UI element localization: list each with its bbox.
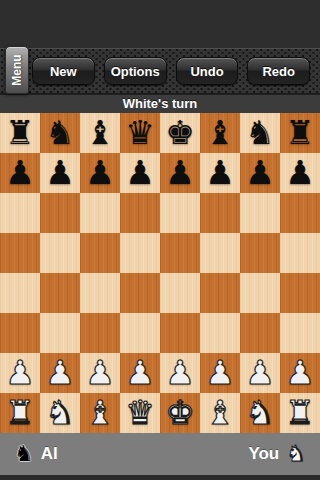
- square-a4[interactable]: [0, 273, 40, 313]
- status-bar: [0, 0, 320, 48]
- black-pawn-piece: ♟: [125, 153, 155, 193]
- black-bishop-piece: ♝: [205, 113, 235, 153]
- square-e7[interactable]: ♟: [160, 153, 200, 193]
- white-rook-piece: ♜: [285, 393, 315, 433]
- square-g7[interactable]: ♟: [240, 153, 280, 193]
- square-h1[interactable]: ♜: [280, 393, 320, 433]
- white-king-piece: ♚: [165, 393, 195, 433]
- square-e6[interactable]: [160, 193, 200, 233]
- square-f2[interactable]: ♟: [200, 353, 240, 393]
- white-pawn-piece: ♟: [245, 353, 275, 393]
- white-knight-piece: ♞: [245, 393, 275, 433]
- square-a1[interactable]: ♜: [0, 393, 40, 433]
- square-g5[interactable]: [240, 233, 280, 273]
- square-e5[interactable]: [160, 233, 200, 273]
- square-g8[interactable]: ♞: [240, 113, 280, 153]
- square-a6[interactable]: [0, 193, 40, 233]
- square-d7[interactable]: ♟: [120, 153, 160, 193]
- toolbar: New Options Undo Redo: [0, 48, 320, 94]
- white-pawn-piece: ♟: [5, 353, 35, 393]
- square-c1[interactable]: ♝: [80, 393, 120, 433]
- black-pawn-piece: ♟: [5, 153, 35, 193]
- square-d1[interactable]: ♛: [120, 393, 160, 433]
- redo-button[interactable]: Redo: [247, 57, 310, 85]
- square-b5[interactable]: [40, 233, 80, 273]
- square-g1[interactable]: ♞: [240, 393, 280, 433]
- black-knight-piece: ♞: [45, 113, 75, 153]
- square-h4[interactable]: [280, 273, 320, 313]
- square-h7[interactable]: ♟: [280, 153, 320, 193]
- square-h3[interactable]: [280, 313, 320, 353]
- square-f1[interactable]: ♝: [200, 393, 240, 433]
- square-f3[interactable]: [200, 313, 240, 353]
- square-e3[interactable]: [160, 313, 200, 353]
- black-bishop-piece: ♝: [85, 113, 115, 153]
- players-bar: ♞ AI You ♞: [0, 433, 320, 475]
- square-f8[interactable]: ♝: [200, 113, 240, 153]
- square-b4[interactable]: [40, 273, 80, 313]
- chess-board: ♜♞♝♛♚♝♞♜♟♟♟♟♟♟♟♟♟♟♟♟♟♟♟♟♜♞♝♛♚♝♞♜: [0, 113, 320, 433]
- square-a8[interactable]: ♜: [0, 113, 40, 153]
- white-knight-icon: ♞: [286, 443, 306, 465]
- square-e2[interactable]: ♟: [160, 353, 200, 393]
- square-g2[interactable]: ♟: [240, 353, 280, 393]
- toolbar-buttons: New Options Undo Redo: [32, 57, 320, 85]
- turn-indicator: White's turn: [0, 94, 320, 113]
- square-e4[interactable]: [160, 273, 200, 313]
- black-pawn-piece: ♟: [45, 153, 75, 193]
- square-f6[interactable]: [200, 193, 240, 233]
- square-c4[interactable]: [80, 273, 120, 313]
- white-queen-piece: ♛: [125, 393, 155, 433]
- square-f7[interactable]: ♟: [200, 153, 240, 193]
- white-pawn-piece: ♟: [85, 353, 115, 393]
- square-e1[interactable]: ♚: [160, 393, 200, 433]
- white-pawn-piece: ♟: [165, 353, 195, 393]
- menu-tab-label: Menu: [10, 54, 24, 85]
- square-b6[interactable]: [40, 193, 80, 233]
- white-bishop-piece: ♝: [205, 393, 235, 433]
- player-white: You ♞: [248, 443, 306, 465]
- square-d5[interactable]: [120, 233, 160, 273]
- white-knight-piece: ♞: [45, 393, 75, 433]
- black-knight-piece: ♞: [245, 113, 275, 153]
- square-b8[interactable]: ♞: [40, 113, 80, 153]
- new-button[interactable]: New: [32, 57, 95, 85]
- white-rook-piece: ♜: [5, 393, 35, 433]
- black-pawn-piece: ♟: [285, 153, 315, 193]
- square-g3[interactable]: [240, 313, 280, 353]
- square-e8[interactable]: ♚: [160, 113, 200, 153]
- square-a3[interactable]: [0, 313, 40, 353]
- square-d2[interactable]: ♟: [120, 353, 160, 393]
- square-h5[interactable]: [280, 233, 320, 273]
- square-a7[interactable]: ♟: [0, 153, 40, 193]
- white-pawn-piece: ♟: [205, 353, 235, 393]
- square-c8[interactable]: ♝: [80, 113, 120, 153]
- black-king-piece: ♚: [165, 113, 195, 153]
- square-a2[interactable]: ♟: [0, 353, 40, 393]
- square-b2[interactable]: ♟: [40, 353, 80, 393]
- square-c6[interactable]: [80, 193, 120, 233]
- square-b7[interactable]: ♟: [40, 153, 80, 193]
- square-d6[interactable]: [120, 193, 160, 233]
- player-black-label: AI: [41, 444, 58, 464]
- square-g6[interactable]: [240, 193, 280, 233]
- square-b3[interactable]: [40, 313, 80, 353]
- options-button[interactable]: Options: [104, 57, 167, 85]
- black-pawn-piece: ♟: [165, 153, 195, 193]
- black-queen-piece: ♛: [125, 113, 155, 153]
- square-h6[interactable]: [280, 193, 320, 233]
- square-d3[interactable]: [120, 313, 160, 353]
- black-rook-piece: ♜: [285, 113, 315, 153]
- square-h8[interactable]: ♜: [280, 113, 320, 153]
- square-c2[interactable]: ♟: [80, 353, 120, 393]
- white-pawn-piece: ♟: [125, 353, 155, 393]
- square-c5[interactable]: [80, 233, 120, 273]
- square-f5[interactable]: [200, 233, 240, 273]
- black-pawn-piece: ♟: [85, 153, 115, 193]
- square-g4[interactable]: [240, 273, 280, 313]
- square-c3[interactable]: [80, 313, 120, 353]
- chess-app: Menu New Options Undo Redo White's turn …: [0, 0, 320, 480]
- black-pawn-piece: ♟: [205, 153, 235, 193]
- player-black: ♞ AI: [14, 443, 58, 465]
- square-b1[interactable]: ♞: [40, 393, 80, 433]
- white-bishop-piece: ♝: [85, 393, 115, 433]
- menu-tab[interactable]: Menu: [5, 46, 29, 94]
- square-d8[interactable]: ♛: [120, 113, 160, 153]
- undo-button[interactable]: Undo: [176, 57, 239, 85]
- white-pawn-piece: ♟: [285, 353, 315, 393]
- player-white-label: You: [248, 444, 279, 464]
- black-knight-icon: ♞: [14, 443, 34, 465]
- square-a5[interactable]: [0, 233, 40, 273]
- black-rook-piece: ♜: [5, 113, 35, 153]
- square-f4[interactable]: [200, 273, 240, 313]
- black-pawn-piece: ♟: [245, 153, 275, 193]
- white-pawn-piece: ♟: [45, 353, 75, 393]
- square-d4[interactable]: [120, 273, 160, 313]
- footer-strip: [0, 475, 320, 480]
- square-c7[interactable]: ♟: [80, 153, 120, 193]
- square-h2[interactable]: ♟: [280, 353, 320, 393]
